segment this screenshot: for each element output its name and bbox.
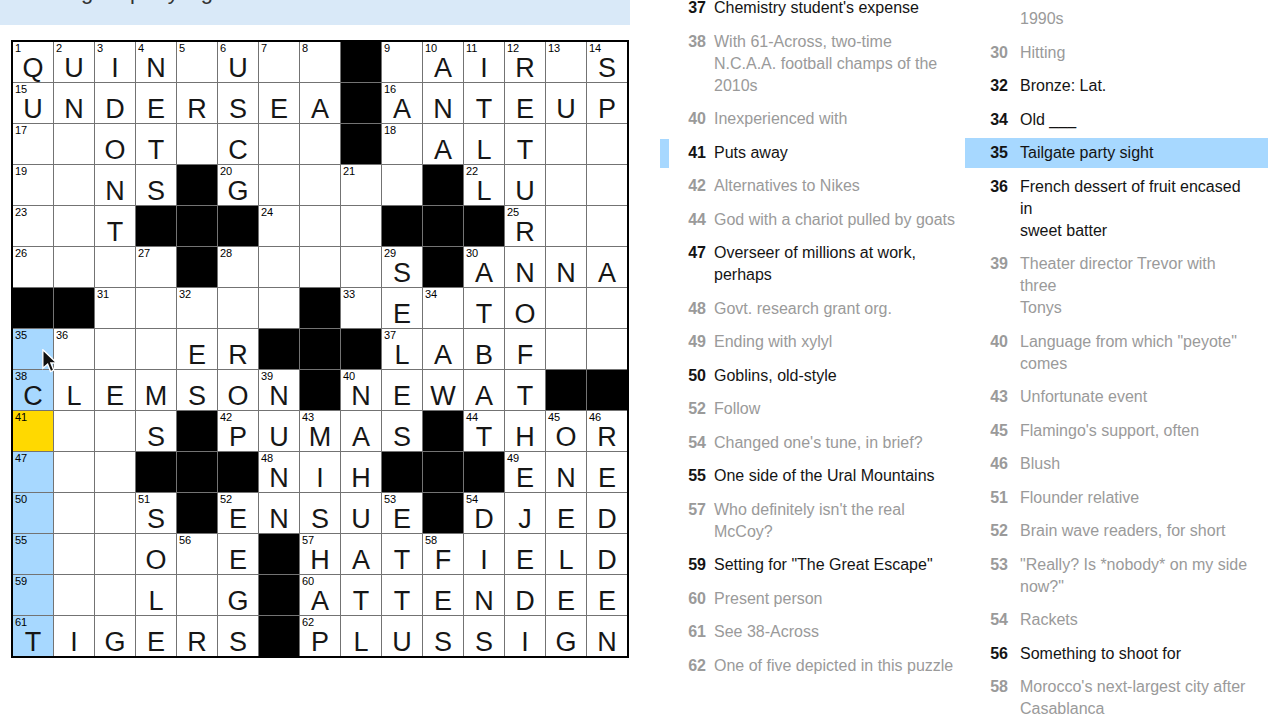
cell-r4c1[interactable]: 19 (13, 165, 53, 205)
cell-r12c1[interactable]: 50 (13, 493, 53, 533)
cell-r2c12[interactable]: T (464, 83, 504, 123)
across-clue-40[interactable]: 40Inexperienced with (660, 108, 960, 130)
cell-r6c7[interactable] (259, 247, 299, 287)
cell-r9c6[interactable]: O (218, 370, 258, 410)
cell-r5c5 (177, 206, 217, 246)
cell-r12c4[interactable]: 51S (136, 493, 176, 533)
cell-r13c4[interactable]: O (136, 534, 176, 574)
cell-r4c2[interactable] (54, 165, 94, 205)
active-clue-text: Tailgate party sight (48, 0, 231, 5)
cell-r2c1[interactable]: 15U (13, 83, 53, 123)
cell-r6c11 (423, 247, 463, 287)
cell-r11c15[interactable]: E (587, 452, 627, 492)
cell-r7c13[interactable]: O (505, 288, 545, 328)
cell-r13c11[interactable]: 58F (423, 534, 463, 574)
cell-letter: U (13, 95, 53, 124)
cell-letter: N (95, 177, 135, 206)
cell-r11c13[interactable]: 49E (505, 452, 545, 492)
cell-r6c1[interactable]: 26 (13, 247, 53, 287)
cell-r5c2[interactable] (54, 206, 94, 246)
cell-letter: D (505, 587, 545, 616)
cell-r7c6[interactable] (218, 288, 258, 328)
down-clue-51[interactable]: 51Flounder relative (967, 487, 1262, 509)
cell-r1c15[interactable]: 14S (587, 42, 627, 82)
cell-letter: T (382, 546, 422, 575)
cell-r6c2[interactable] (54, 247, 94, 287)
cell-letter: T (341, 587, 381, 616)
cell-letter: D (464, 505, 504, 534)
cell-r15c2[interactable]: I (54, 616, 94, 656)
cell-r15c5[interactable]: R (177, 616, 217, 656)
cell-r8c6[interactable]: R (218, 329, 258, 369)
clue-number: 51 (967, 487, 1008, 509)
cell-letter: L (464, 136, 504, 165)
cell-r5c14[interactable] (546, 206, 586, 246)
cell-r3c14[interactable] (546, 124, 586, 164)
down-clue-58[interactable]: 58Morocco's next-largest city afterCasab… (967, 676, 1262, 720)
cell-r5c11 (423, 206, 463, 246)
cell-r6c10[interactable]: 29S (382, 247, 422, 287)
across-clue-59[interactable]: 59Setting for "The Great Escape" (660, 554, 960, 576)
cell-r12c7[interactable]: N (259, 493, 299, 533)
down-clue-36[interactable]: 36French dessert of fruit encased inswee… (967, 176, 1262, 242)
cell-r9c9[interactable]: 40N (341, 370, 381, 410)
cell-letter: L (464, 177, 504, 206)
clue-number: 50 (660, 365, 706, 387)
cell-r4c4[interactable]: S (136, 165, 176, 205)
cell-r12c2[interactable] (54, 493, 94, 533)
cell-r13c12[interactable]: I (464, 534, 504, 574)
cell-r14c11[interactable]: E (423, 575, 463, 615)
cell-number: 27 (138, 247, 150, 260)
cell-r6c5 (177, 247, 217, 287)
cell-r2c10[interactable]: 16A (382, 83, 422, 123)
cell-r11c3[interactable] (95, 452, 135, 492)
cell-r3c3[interactable]: O (95, 124, 135, 164)
cell-r1c9 (341, 42, 381, 82)
cell-r7c3[interactable]: 31 (95, 288, 135, 328)
cell-r15c10[interactable]: U (382, 616, 422, 656)
clue-text: Rackets (1020, 609, 1256, 631)
cell-r5c10 (382, 206, 422, 246)
cell-letter: E (136, 628, 176, 657)
cell-r3c1[interactable]: 17 (13, 124, 53, 164)
cell-r15c14[interactable]: G (546, 616, 586, 656)
cell-r1c13[interactable]: 12R (505, 42, 545, 82)
clue-number (967, 8, 1008, 30)
cell-number: 56 (179, 534, 191, 547)
cell-number: 7 (261, 42, 267, 55)
cell-r1c5[interactable]: 5 (177, 42, 217, 82)
cell-letter: D (95, 95, 135, 124)
cell-r13c2[interactable] (54, 534, 94, 574)
cell-r12c15[interactable]: D (587, 493, 627, 533)
cell-r4c3[interactable]: N (95, 165, 135, 205)
down-clue-34[interactable]: 34Old ___ (967, 109, 1262, 131)
cell-r9c5[interactable]: S (177, 370, 217, 410)
cell-r1c10[interactable]: 9 (382, 42, 422, 82)
cell-letter: N (136, 54, 176, 83)
cell-letter: E (505, 546, 545, 575)
cell-r7c11[interactable]: 34 (423, 288, 463, 328)
cell-r1c3[interactable]: 3I (95, 42, 135, 82)
cell-letter: F (505, 341, 545, 370)
cell-r2c3[interactable]: D (95, 83, 135, 123)
cell-r3c7[interactable] (259, 124, 299, 164)
clue-number: 54 (660, 432, 706, 454)
cell-r13c9[interactable]: A (341, 534, 381, 574)
down-clue-54[interactable]: 54Rackets (967, 609, 1262, 631)
cell-r13c8[interactable]: 57H (300, 534, 340, 574)
clue-text: Puts away (714, 142, 956, 164)
cell-r1c14[interactable]: 13 (546, 42, 586, 82)
cell-r5c13[interactable]: 25R (505, 206, 545, 246)
cell-r1c7[interactable]: 7 (259, 42, 299, 82)
clue-number: 35 (967, 142, 1008, 164)
cell-r4c5 (177, 165, 217, 205)
cell-r2c5[interactable]: R (177, 83, 217, 123)
down-clue-52[interactable]: 52Brain wave readers, for short (967, 520, 1262, 542)
clue-number: 59 (660, 554, 706, 576)
cell-r4c9[interactable]: 21 (341, 165, 381, 205)
cell-r15c8[interactable]: 62P (300, 616, 340, 656)
cell-r13c13[interactable]: E (505, 534, 545, 574)
cell-r6c8[interactable] (300, 247, 340, 287)
cell-r13c3[interactable] (95, 534, 135, 574)
across-clue-37[interactable]: 37Chemistry student's expense (660, 0, 960, 19)
clue-number: 37 (660, 0, 706, 19)
cell-r14c1[interactable]: 59 (13, 575, 53, 615)
cell-r8c10[interactable]: 37L (382, 329, 422, 369)
cell-r2c15[interactable]: P (587, 83, 627, 123)
cell-r9c13[interactable]: T (505, 370, 545, 410)
clue-text: Hitting (1020, 42, 1256, 64)
cell-r7c14[interactable] (546, 288, 586, 328)
across-clue-38[interactable]: 38With 61-Across, two-timeN.C.A.A. footb… (660, 31, 960, 97)
cell-r10c10[interactable]: S (382, 411, 422, 451)
cell-letter: C (13, 382, 53, 411)
cell-r11c11 (423, 452, 463, 492)
across-clue-47[interactable]: 47Overseer of millions at work,perhaps (660, 242, 960, 286)
cell-r2c4[interactable]: E (136, 83, 176, 123)
cell-r7c8 (300, 288, 340, 328)
cell-r6c4[interactable]: 27 (136, 247, 176, 287)
cell-r1c6[interactable]: 6U (218, 42, 258, 82)
across-clue-57[interactable]: 57Who definitely isn't the realMcCoy? (660, 499, 960, 543)
cell-r4c8[interactable] (300, 165, 340, 205)
cell-r2c8[interactable]: A (300, 83, 340, 123)
cell-letter: E (136, 95, 176, 124)
cell-r13c6[interactable]: E (218, 534, 258, 574)
cell-r2c6[interactable]: S (218, 83, 258, 123)
down-clue-30[interactable]: 30Hitting (967, 42, 1262, 64)
cell-r2c11[interactable]: N (423, 83, 463, 123)
across-clue-50[interactable]: 50Goblins, old-style (660, 365, 960, 387)
cell-r3c10[interactable]: 18 (382, 124, 422, 164)
cell-r12c14[interactable]: E (546, 493, 586, 533)
cell-r14c10[interactable]: T (382, 575, 422, 615)
cell-r5c15[interactable] (587, 206, 627, 246)
cell-r8c14[interactable] (546, 329, 586, 369)
cell-r8c13[interactable]: F (505, 329, 545, 369)
cell-r9c7[interactable]: 39N (259, 370, 299, 410)
cell-r3c13[interactable]: T (505, 124, 545, 164)
cell-r4c7[interactable] (259, 165, 299, 205)
cell-r11c9[interactable]: H (341, 452, 381, 492)
cell-r5c1[interactable]: 23 (13, 206, 53, 246)
cell-letter: E (546, 505, 586, 534)
cell-r14c12[interactable]: N (464, 575, 504, 615)
cell-r2c14[interactable]: U (546, 83, 586, 123)
across-clue-48[interactable]: 48Govt. research grant org. (660, 298, 960, 320)
cell-r15c9[interactable]: L (341, 616, 381, 656)
cell-r15c6[interactable]: S (218, 616, 258, 656)
cell-r4c6[interactable]: 20G (218, 165, 258, 205)
cell-r5c9[interactable] (341, 206, 381, 246)
cell-r14c4[interactable]: L (136, 575, 176, 615)
cell-r3c6[interactable]: C (218, 124, 258, 164)
down-clue-43[interactable]: 43Unfortunate event (967, 386, 1262, 408)
cell-letter: R (177, 628, 217, 657)
cell-r8c2[interactable]: 36 (54, 329, 94, 369)
cell-r12c3[interactable] (95, 493, 135, 533)
across-clue-42[interactable]: 42Alternatives to Nikes (660, 175, 960, 197)
cell-r9c4[interactable]: M (136, 370, 176, 410)
cell-r10c7[interactable]: U (259, 411, 299, 451)
cell-r11c14[interactable]: N (546, 452, 586, 492)
cell-letter: W (423, 382, 463, 411)
cell-letter: O (136, 546, 176, 575)
clue-text: Goblins, old-style (714, 365, 956, 387)
cell-r9c2[interactable]: L (54, 370, 94, 410)
cell-r6c15[interactable]: A (587, 247, 627, 287)
cell-r3c2[interactable] (54, 124, 94, 164)
cell-r7c5[interactable]: 32 (177, 288, 217, 328)
cell-r15c15[interactable]: N (587, 616, 627, 656)
cell-r1c8[interactable]: 8 (300, 42, 340, 82)
cell-number: 59 (15, 575, 27, 588)
cell-r14c6[interactable]: G (218, 575, 258, 615)
cell-letter: R (218, 341, 258, 370)
cell-r9c12[interactable]: A (464, 370, 504, 410)
cell-r15c4[interactable]: E (136, 616, 176, 656)
cell-number: 9 (384, 42, 390, 55)
down-clue-40[interactable]: 40Language from which "peyote"comes (967, 331, 1262, 375)
cell-letter: N (587, 628, 627, 657)
cell-r1c11[interactable]: 10A (423, 42, 463, 82)
cell-r15c11[interactable]: S (423, 616, 463, 656)
cell-r11c8[interactable]: I (300, 452, 340, 492)
cell-r13c14[interactable]: L (546, 534, 586, 574)
down-clue-46[interactable]: 46Blush (967, 453, 1262, 475)
cell-r4c10[interactable] (382, 165, 422, 205)
cell-r3c8[interactable] (300, 124, 340, 164)
cell-r4c15[interactable] (587, 165, 627, 205)
cell-r6c6[interactable]: 28 (218, 247, 258, 287)
cell-r10c2[interactable] (54, 411, 94, 451)
cell-r14c13[interactable]: D (505, 575, 545, 615)
cell-r5c7[interactable]: 24 (259, 206, 299, 246)
cell-r8c5[interactable]: E (177, 329, 217, 369)
cell-r10c8[interactable]: 43M (300, 411, 340, 451)
cell-r10c4[interactable]: S (136, 411, 176, 451)
down-clue-56[interactable]: 56Something to shoot for (967, 643, 1262, 665)
cell-letter: A (423, 54, 463, 83)
cell-r1c2[interactable]: 2U (54, 42, 94, 82)
cell-r10c3[interactable] (95, 411, 135, 451)
cell-r13c1[interactable]: 55 (13, 534, 53, 574)
cell-r13c5[interactable]: 56 (177, 534, 217, 574)
cell-r6c9[interactable] (341, 247, 381, 287)
across-clue-52[interactable]: 52Follow (660, 398, 960, 420)
cell-letter: J (505, 505, 545, 534)
cell-r15c13[interactable]: I (505, 616, 545, 656)
cell-r7c7[interactable] (259, 288, 299, 328)
across-clue-54[interactable]: 54Changed one's tune, in brief? (660, 432, 960, 454)
cell-r2c2[interactable]: N (54, 83, 94, 123)
cell-letter: U (218, 54, 258, 83)
down-clue-list: 1990s30Hitting32Bronze: Lat.34Old ___35T… (967, 8, 1262, 720)
across-clue-61[interactable]: 61See 38-Across (660, 621, 960, 643)
cell-r8c3[interactable] (95, 329, 135, 369)
cell-r3c15[interactable] (587, 124, 627, 164)
clue-number: 61 (660, 621, 706, 643)
cell-r12c8[interactable]: S (300, 493, 340, 533)
cell-r10c6[interactable]: 42P (218, 411, 258, 451)
cell-r10c12[interactable]: 44T (464, 411, 504, 451)
across-clue-60[interactable]: 60Present person (660, 588, 960, 610)
cell-r10c15[interactable]: 46R (587, 411, 627, 451)
clue-text: One of five depicted in this puzzle (714, 655, 956, 677)
cell-letter: T (382, 587, 422, 616)
cell-r2c9 (341, 83, 381, 123)
cell-r14c15[interactable]: E (587, 575, 627, 615)
cell-r13c10[interactable]: T (382, 534, 422, 574)
cell-r12c10[interactable]: 53E (382, 493, 422, 533)
cell-r4c12[interactable]: 22L (464, 165, 504, 205)
cell-r7c12[interactable]: T (464, 288, 504, 328)
cell-r10c13[interactable]: H (505, 411, 545, 451)
across-clue-49[interactable]: 49Ending with xylyl (660, 331, 960, 353)
cell-r1c12[interactable]: 11I (464, 42, 504, 82)
cell-letter: G (218, 587, 258, 616)
cell-r10c9[interactable]: A (341, 411, 381, 451)
cell-r7c4[interactable] (136, 288, 176, 328)
down-clue-53[interactable]: 53"Really? Is *nobody* on my sidenow?" (967, 554, 1262, 598)
cell-letter: L (341, 628, 381, 657)
cell-r10c14[interactable]: 45O (546, 411, 586, 451)
cell-r12c6[interactable]: 52E (218, 493, 258, 533)
cell-r6c3[interactable] (95, 247, 135, 287)
cell-r15c12[interactable]: S (464, 616, 504, 656)
cell-r7c15[interactable] (587, 288, 627, 328)
cell-letter: H (505, 423, 545, 452)
cell-letter: O (546, 423, 586, 452)
cell-r3c11[interactable]: A (423, 124, 463, 164)
cell-r4c14[interactable] (546, 165, 586, 205)
across-clue-41[interactable]: 41Puts away (660, 142, 960, 164)
cell-r9c3[interactable]: E (95, 370, 135, 410)
cell-r8c12[interactable]: B (464, 329, 504, 369)
cell-r14c9[interactable]: T (341, 575, 381, 615)
cell-letter: T (505, 382, 545, 411)
cell-r14c5[interactable] (177, 575, 217, 615)
cell-r3c5[interactable] (177, 124, 217, 164)
cell-number: 34 (425, 288, 437, 301)
cell-r11c1[interactable]: 47 (13, 452, 53, 492)
cell-r1c4[interactable]: 4N (136, 42, 176, 82)
down-clue-39[interactable]: 39Theater director Trevor with threeTony… (967, 253, 1262, 319)
cell-r14c8[interactable]: 60A (300, 575, 340, 615)
cell-r4c13[interactable]: U (505, 165, 545, 205)
cell-letter: R (505, 54, 545, 83)
down-clue-partial[interactable]: 1990s (967, 8, 1262, 30)
cell-r15c3[interactable]: G (95, 616, 135, 656)
cell-r7c9[interactable]: 33 (341, 288, 381, 328)
cell-r10c1[interactable]: 41 (13, 411, 53, 451)
cell-letter: E (95, 382, 135, 411)
across-clue-55[interactable]: 55One side of the Ural Mountains (660, 465, 960, 487)
cell-letter: U (382, 628, 422, 657)
cell-letter: E (505, 464, 545, 493)
cell-r9c11[interactable]: W (423, 370, 463, 410)
cell-r14c2[interactable] (54, 575, 94, 615)
cell-r6c12[interactable]: 30A (464, 247, 504, 287)
cell-r8c4[interactable] (136, 329, 176, 369)
cell-r9c10[interactable]: E (382, 370, 422, 410)
across-clue-62[interactable]: 62One of five depicted in this puzzle (660, 655, 960, 677)
clue-text: Who definitely isn't the realMcCoy? (714, 499, 956, 543)
cell-number: 28 (220, 247, 232, 260)
cell-r12c9[interactable]: U (341, 493, 381, 533)
down-clue-32[interactable]: 32Bronze: Lat. (967, 75, 1262, 97)
cell-r12c13[interactable]: J (505, 493, 545, 533)
cell-r8c11[interactable]: A (423, 329, 463, 369)
cell-r13c15[interactable]: D (587, 534, 627, 574)
cell-r8c15[interactable] (587, 329, 627, 369)
cell-r3c4[interactable]: T (136, 124, 176, 164)
down-clue-45[interactable]: 45Flamingo's support, often (967, 420, 1262, 442)
clue-text: Flounder relative (1020, 487, 1256, 509)
cell-r14c3[interactable] (95, 575, 135, 615)
cell-r15c1[interactable]: 61T (13, 616, 53, 656)
cell-letter: Q (13, 54, 53, 83)
cell-r14c14[interactable]: E (546, 575, 586, 615)
cell-r2c13[interactable]: E (505, 83, 545, 123)
cell-r11c7[interactable]: 48N (259, 452, 299, 492)
cell-letter: U (341, 505, 381, 534)
down-clue-35[interactable]: 35Tailgate party sight (967, 142, 1262, 164)
cell-r2c7[interactable]: E (259, 83, 299, 123)
cell-letter: O (95, 136, 135, 165)
cell-letter: S (300, 505, 340, 534)
cell-r1c1[interactable]: 1Q (13, 42, 53, 82)
cell-r3c12[interactable]: L (464, 124, 504, 164)
cell-letter: E (218, 505, 258, 534)
cell-r5c8[interactable] (300, 206, 340, 246)
cell-r5c3[interactable]: T (95, 206, 135, 246)
cell-r7c10[interactable]: E (382, 288, 422, 328)
cell-r11c2[interactable] (54, 452, 94, 492)
across-clue-44[interactable]: 44God with a chariot pulled by goats (660, 209, 960, 231)
cell-r6c13[interactable]: N (505, 247, 545, 287)
clue-text: Changed one's tune, in brief? (714, 432, 956, 454)
cell-r12c12[interactable]: 54D (464, 493, 504, 533)
cell-r6c14[interactable]: N (546, 247, 586, 287)
cell-number: 55 (15, 534, 27, 547)
cell-letter: E (382, 505, 422, 534)
cell-letter: H (300, 546, 340, 575)
